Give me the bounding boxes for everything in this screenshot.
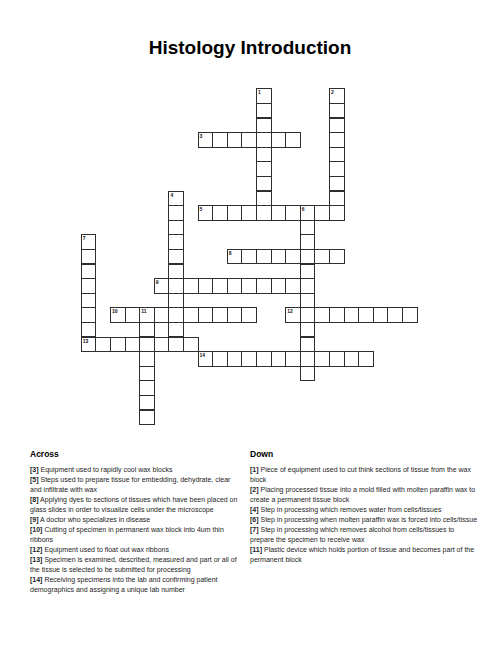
grid-cell[interactable] bbox=[329, 132, 345, 148]
grid-cell[interactable] bbox=[256, 161, 272, 177]
grid-cell[interactable] bbox=[256, 249, 272, 265]
grid-cell[interactable] bbox=[300, 249, 316, 265]
grid-cell[interactable] bbox=[329, 249, 345, 265]
grid-cell[interactable] bbox=[329, 118, 345, 134]
grid-cell[interactable] bbox=[139, 322, 155, 338]
grid-cell[interactable] bbox=[300, 322, 316, 338]
grid-cell[interactable] bbox=[125, 337, 141, 353]
grid-cell[interactable] bbox=[198, 351, 214, 367]
grid-cell[interactable] bbox=[329, 88, 345, 104]
grid-cell[interactable] bbox=[168, 307, 184, 323]
grid-cell[interactable] bbox=[139, 307, 155, 323]
grid-cell[interactable] bbox=[256, 88, 272, 104]
grid-cell[interactable] bbox=[183, 337, 199, 353]
grid-cell[interactable] bbox=[256, 351, 272, 367]
clue-down-7: [7] Step in processing which removes alc… bbox=[250, 525, 479, 545]
grid-cell[interactable] bbox=[81, 337, 97, 353]
grid-cell[interactable] bbox=[300, 307, 316, 323]
grid-cell[interactable] bbox=[300, 205, 316, 221]
grid-cell[interactable] bbox=[256, 176, 272, 192]
grid-cell[interactable] bbox=[212, 351, 228, 367]
grid-cell[interactable] bbox=[300, 351, 316, 367]
grid-cell[interactable] bbox=[285, 278, 301, 294]
grid-cell[interactable] bbox=[212, 278, 228, 294]
grid-cell[interactable] bbox=[329, 191, 345, 207]
grid-cell[interactable] bbox=[168, 264, 184, 280]
grid-cell[interactable] bbox=[183, 278, 199, 294]
grid-cell[interactable] bbox=[241, 278, 257, 294]
grid-cell[interactable] bbox=[271, 249, 287, 265]
grid-cell[interactable] bbox=[154, 337, 170, 353]
clue-down-4: [4] Step in processing which removes wat… bbox=[250, 505, 479, 515]
grid-cell[interactable] bbox=[285, 307, 301, 323]
grid-cell[interactable] bbox=[110, 337, 126, 353]
grid-cell[interactable] bbox=[81, 322, 97, 338]
grid-cell[interactable] bbox=[314, 249, 330, 265]
grid-cell[interactable] bbox=[168, 293, 184, 309]
grid-cell[interactable] bbox=[256, 205, 272, 221]
grid-cell[interactable] bbox=[168, 322, 184, 338]
grid-cell[interactable] bbox=[241, 249, 257, 265]
grid-cell[interactable] bbox=[329, 351, 345, 367]
grid-cell[interactable] bbox=[227, 307, 243, 323]
grid-cell[interactable] bbox=[256, 147, 272, 163]
grid-cell[interactable] bbox=[241, 307, 257, 323]
grid-cell[interactable] bbox=[139, 366, 155, 382]
grid-cell[interactable] bbox=[198, 132, 214, 148]
grid-cell[interactable] bbox=[285, 205, 301, 221]
grid-cell[interactable] bbox=[183, 307, 199, 323]
grid-cell[interactable] bbox=[139, 380, 155, 396]
grid-cell[interactable] bbox=[227, 249, 243, 265]
across-clues: Across [3] Equipment used to rapidly coo… bbox=[30, 449, 244, 595]
grid-cell[interactable] bbox=[168, 220, 184, 236]
grid-cell[interactable] bbox=[168, 337, 184, 353]
grid-cell[interactable] bbox=[256, 191, 272, 207]
grid-cell[interactable] bbox=[300, 366, 316, 382]
grid-cell[interactable] bbox=[329, 103, 345, 119]
across-clue-list: [3] Equipment used to rapidly cool wax b… bbox=[30, 465, 244, 595]
grid-cell[interactable] bbox=[300, 293, 316, 309]
grid-cell[interactable] bbox=[358, 307, 374, 323]
grid-cell[interactable] bbox=[314, 351, 330, 367]
clue-down-6: [6] Step in processing when molten paraf… bbox=[250, 515, 479, 525]
grid-cell[interactable] bbox=[344, 351, 360, 367]
grid-cell[interactable] bbox=[227, 278, 243, 294]
clue-across-3: [3] Equipment used to rapidly cool wax b… bbox=[30, 465, 244, 475]
grid-cell[interactable] bbox=[81, 264, 97, 280]
grid-cell[interactable] bbox=[285, 249, 301, 265]
grid-cell[interactable] bbox=[198, 307, 214, 323]
grid-cell[interactable] bbox=[81, 307, 97, 323]
grid-cell[interactable] bbox=[81, 293, 97, 309]
grid-cell[interactable] bbox=[139, 395, 155, 411]
grid-cell[interactable] bbox=[358, 351, 374, 367]
grid-cell[interactable] bbox=[300, 264, 316, 280]
grid-cell[interactable] bbox=[139, 410, 155, 426]
grid-cell[interactable] bbox=[168, 278, 184, 294]
grid-cell[interactable] bbox=[329, 307, 345, 323]
clue-across-8: [8] Applying dyes to sections of tissues… bbox=[30, 495, 244, 515]
grid-cell[interactable] bbox=[168, 249, 184, 265]
crossword-grid: 1234567891011121314 bbox=[0, 0, 500, 450]
grid-cell[interactable] bbox=[329, 176, 345, 192]
down-clue-list: [1] Piece of equipment used to cut think… bbox=[250, 465, 479, 565]
grid-cell[interactable] bbox=[227, 205, 243, 221]
grid-cell[interactable] bbox=[314, 307, 330, 323]
grid-cell[interactable] bbox=[300, 337, 316, 353]
clue-down-11: [11] Plastic device which holds portion … bbox=[250, 545, 479, 565]
clue-across-13: [13] Specimen is examined, described, me… bbox=[30, 555, 244, 575]
clue-down-1: [1] Piece of equipment used to cut think… bbox=[250, 465, 479, 485]
grid-cell[interactable] bbox=[329, 147, 345, 163]
clue-down-2: [2] Placing processed tissue into a mold… bbox=[250, 485, 479, 505]
grid-cell[interactable] bbox=[256, 132, 272, 148]
grid-cell[interactable] bbox=[227, 351, 243, 367]
clue-across-14: [14] Receiving specimens into the lab an… bbox=[30, 575, 244, 595]
grid-cell[interactable] bbox=[241, 132, 257, 148]
grid-cell[interactable] bbox=[227, 132, 243, 148]
grid-cell[interactable] bbox=[402, 307, 418, 323]
down-heading: Down bbox=[250, 449, 479, 459]
grid-cell[interactable] bbox=[285, 132, 301, 148]
grid-cell[interactable] bbox=[256, 118, 272, 134]
clue-across-9: [9] A doctor who specializes in disease bbox=[30, 515, 244, 525]
grid-cell[interactable] bbox=[198, 205, 214, 221]
crossword-page: Histology Introduction 12345678910111213… bbox=[0, 0, 500, 647]
grid-cell[interactable] bbox=[271, 132, 287, 148]
grid-cell[interactable] bbox=[271, 205, 287, 221]
grid-cell[interactable] bbox=[81, 234, 97, 250]
grid-cell[interactable] bbox=[300, 220, 316, 236]
grid-cell[interactable] bbox=[212, 132, 228, 148]
grid-cell[interactable] bbox=[168, 234, 184, 250]
grid-cell[interactable] bbox=[241, 205, 257, 221]
grid-cell[interactable] bbox=[241, 351, 257, 367]
grid-cell[interactable] bbox=[81, 278, 97, 294]
grid-cell[interactable] bbox=[285, 351, 301, 367]
grid-cell[interactable] bbox=[300, 278, 316, 294]
clue-across-10: [10] Cutting of specimen in permanent wa… bbox=[30, 525, 244, 545]
down-clues: Down [1] Piece of equipment used to cut … bbox=[250, 449, 479, 565]
grid-cell[interactable] bbox=[300, 234, 316, 250]
grid-cell[interactable] bbox=[314, 205, 330, 221]
clue-across-12: [12] Equipment used to float out wax rib… bbox=[30, 545, 244, 555]
grid-cell[interactable] bbox=[344, 307, 360, 323]
grid-cell[interactable] bbox=[154, 307, 170, 323]
grid-cell[interactable] bbox=[139, 337, 155, 353]
grid-cell[interactable] bbox=[154, 278, 170, 294]
grid-cell[interactable] bbox=[198, 278, 214, 294]
across-heading: Across bbox=[30, 449, 244, 459]
grid-cell[interactable] bbox=[95, 337, 111, 353]
grid-cell[interactable] bbox=[329, 205, 345, 221]
grid-cell[interactable] bbox=[168, 191, 184, 207]
grid-cell[interactable] bbox=[81, 249, 97, 265]
clue-across-5: [5] Steps used to prepare tissue for emb… bbox=[30, 475, 244, 495]
grid-cell[interactable] bbox=[271, 278, 287, 294]
grid-cell[interactable] bbox=[212, 307, 228, 323]
grid-cell[interactable] bbox=[168, 205, 184, 221]
grid-cell[interactable] bbox=[271, 351, 287, 367]
grid-cell[interactable] bbox=[125, 307, 141, 323]
grid-cell[interactable] bbox=[256, 278, 272, 294]
grid-cell[interactable] bbox=[110, 307, 126, 323]
grid-cell[interactable] bbox=[387, 307, 403, 323]
grid-cell[interactable] bbox=[212, 205, 228, 221]
grid-cell[interactable] bbox=[256, 103, 272, 119]
grid-cell[interactable] bbox=[139, 351, 155, 367]
grid-cell[interactable] bbox=[329, 161, 345, 177]
grid-cell[interactable] bbox=[373, 307, 389, 323]
